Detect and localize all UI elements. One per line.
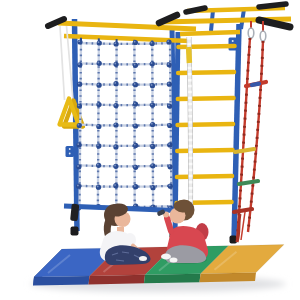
wall-rung xyxy=(178,72,234,73)
net-knot xyxy=(77,123,82,128)
wall-rung xyxy=(178,98,234,99)
net-knot-highlight xyxy=(134,64,136,66)
ladder-tail xyxy=(237,214,240,242)
net-knot-highlight xyxy=(78,124,80,126)
foam-grip xyxy=(259,4,286,7)
net-knot xyxy=(77,62,82,67)
net-knot xyxy=(76,184,81,189)
ladder-rung-green xyxy=(239,181,258,184)
net-knot-highlight xyxy=(151,123,153,125)
rope-wrap xyxy=(189,47,190,63)
wall-rung xyxy=(177,176,232,177)
net-knot-highlight xyxy=(97,103,99,105)
net-knot xyxy=(113,122,118,127)
net-knot xyxy=(168,164,173,169)
net-knot-highlight xyxy=(168,83,170,85)
net-knot xyxy=(133,63,138,68)
net-knot-highlight xyxy=(77,143,79,145)
net-knot xyxy=(77,82,82,87)
net-rope-line xyxy=(80,145,171,146)
net-knot xyxy=(150,122,155,127)
net-rope-line xyxy=(80,165,171,166)
net-rope-line xyxy=(80,84,171,85)
net-rope-line xyxy=(80,43,171,44)
product-photo xyxy=(0,0,300,300)
net-knot-highlight xyxy=(114,82,116,84)
net-knot-highlight xyxy=(77,165,79,167)
net-knot xyxy=(150,41,155,46)
net-knot xyxy=(133,102,138,107)
bolt xyxy=(69,153,71,155)
boy-sock xyxy=(170,258,178,263)
net-knot-highlight xyxy=(151,205,153,207)
gym-mat-green-front xyxy=(144,274,201,284)
net-knot-highlight xyxy=(167,40,169,42)
ladder-tail-wisp xyxy=(241,212,245,240)
girl-sock xyxy=(139,256,147,261)
net-knot xyxy=(133,184,138,189)
gym-scene xyxy=(0,0,300,300)
bolt xyxy=(232,40,234,42)
net-knot-highlight xyxy=(97,144,99,146)
gym-mat-red-front xyxy=(89,275,146,285)
net-knot-highlight xyxy=(168,104,170,106)
net-knot xyxy=(167,104,172,109)
net-knot-highlight xyxy=(168,124,170,126)
net-knot-highlight xyxy=(78,40,80,42)
net-knot-highlight xyxy=(78,83,80,85)
net-knot-highlight xyxy=(151,62,153,64)
net-knot xyxy=(96,102,101,107)
frame-foot xyxy=(230,236,238,244)
net-knot xyxy=(113,144,118,149)
boy-raised-arm xyxy=(167,218,171,231)
net-knot-highlight xyxy=(97,84,99,86)
net-knot-highlight xyxy=(114,165,116,167)
net-knot xyxy=(150,144,155,149)
net-knot xyxy=(76,142,81,147)
net-knot-highlight xyxy=(97,186,99,188)
gym-mat-blue-front xyxy=(33,276,90,286)
net-knot xyxy=(133,123,138,128)
net-knot-highlight xyxy=(167,63,169,65)
net-knot xyxy=(166,39,171,44)
net-knot-highlight xyxy=(151,103,153,105)
net-knot-highlight xyxy=(114,63,116,65)
net-knot-highlight xyxy=(134,124,136,126)
net-knot xyxy=(96,124,101,129)
foam-grip xyxy=(186,8,205,12)
net-rope-line xyxy=(80,186,171,187)
net-knot xyxy=(150,185,155,190)
net-knot-highlight xyxy=(114,123,116,125)
net-rope-line xyxy=(80,125,171,126)
net-knot xyxy=(113,103,118,108)
net-knot-highlight xyxy=(134,185,136,187)
net-knot xyxy=(113,81,118,86)
net-knot xyxy=(97,61,102,66)
net-knot xyxy=(150,163,155,168)
net-knot xyxy=(96,83,101,88)
net-rope-line xyxy=(80,63,171,64)
net-knot xyxy=(167,123,172,128)
net-knot xyxy=(167,142,172,147)
net-knot xyxy=(150,61,155,66)
net-knot-highlight xyxy=(97,164,99,166)
net-knot-highlight xyxy=(168,165,170,167)
net-knot-highlight xyxy=(97,62,99,64)
net-knot-highlight xyxy=(114,184,116,186)
net-knot-highlight xyxy=(151,84,153,86)
wall-rung xyxy=(177,150,232,151)
net-knot xyxy=(113,183,118,188)
net-knot-highlight xyxy=(114,42,116,44)
bolt xyxy=(69,148,71,150)
net-knot xyxy=(150,103,155,108)
climbing-rope xyxy=(189,37,191,209)
net-knot-highlight xyxy=(151,145,153,147)
net-knot-highlight xyxy=(168,143,170,145)
net-knot xyxy=(167,62,172,67)
net-knot xyxy=(150,83,155,88)
mounting-plate xyxy=(66,146,75,157)
net-knot xyxy=(168,184,173,189)
net-knot xyxy=(96,185,101,190)
net-knot xyxy=(133,165,138,170)
net-knot-highlight xyxy=(151,42,153,44)
ladder-rung-band xyxy=(252,84,259,85)
ladder-rung-yellow xyxy=(235,149,254,152)
net-knot-highlight xyxy=(134,204,136,206)
net-knot-highlight xyxy=(77,185,79,187)
boy-sock xyxy=(161,254,171,260)
net-knot-highlight xyxy=(151,186,153,188)
net-knot-highlight xyxy=(169,185,171,187)
net-knot xyxy=(113,62,118,67)
frame-foot xyxy=(71,227,79,236)
net-knot-highlight xyxy=(151,164,153,166)
net-knot xyxy=(133,82,138,87)
net-knot-highlight xyxy=(114,104,116,106)
net-knot xyxy=(114,41,119,46)
carabiner xyxy=(260,31,266,41)
net-knot xyxy=(113,164,118,169)
gym-mat-yellow-front xyxy=(200,273,257,283)
net-knot xyxy=(76,164,81,169)
net-knot-highlight xyxy=(78,104,80,106)
net-knot-highlight xyxy=(97,125,99,127)
net-knot xyxy=(77,104,82,109)
wall-top-bar xyxy=(180,32,240,34)
net-knot xyxy=(96,163,101,168)
wall-rung xyxy=(178,124,233,125)
net-knot xyxy=(167,82,172,87)
net-knot xyxy=(96,143,101,148)
gym-mats xyxy=(33,245,284,286)
net-knot-highlight xyxy=(114,145,116,147)
net-knot xyxy=(77,39,82,44)
net-knot xyxy=(97,40,102,45)
net-knot xyxy=(133,40,138,45)
carabiner xyxy=(248,28,254,38)
net-knot-highlight xyxy=(134,83,136,85)
frame-bottom xyxy=(64,204,237,244)
net-knot-highlight xyxy=(134,102,136,104)
net-knot-highlight xyxy=(78,63,80,65)
climbing-net xyxy=(76,38,173,211)
net-rope-line xyxy=(80,104,171,105)
net-knot xyxy=(133,143,138,148)
net-knot-highlight xyxy=(134,166,136,168)
swedish-wall-rungs xyxy=(177,46,235,203)
net-knot-highlight xyxy=(98,41,100,43)
ladder-rung-dark-red xyxy=(234,209,252,212)
net-knot-highlight xyxy=(134,144,136,146)
ladder-rope xyxy=(248,41,263,232)
net-knot-highlight xyxy=(134,41,136,43)
